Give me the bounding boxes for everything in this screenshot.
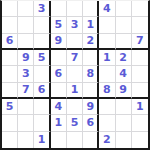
cell-r1c6[interactable]: [83, 1, 99, 17]
cell-r6c7[interactable]: 8: [99, 83, 115, 99]
cell-r3c4[interactable]: 9: [51, 34, 67, 50]
cell-r9c3[interactable]: 1: [34, 132, 50, 148]
cell-r7c4[interactable]: 4: [51, 99, 67, 115]
cell-r2c6[interactable]: 1: [83, 17, 99, 33]
cell-r1c3[interactable]: 3: [34, 1, 50, 17]
cell-r1c4[interactable]: [51, 1, 67, 17]
cell-r7c9[interactable]: 1: [132, 99, 148, 115]
cell-r8c2[interactable]: [18, 115, 34, 131]
cell-r5c9[interactable]: [132, 66, 148, 82]
cell-r3c7[interactable]: [99, 34, 115, 50]
cell-r1c2[interactable]: [18, 1, 34, 17]
cell-r3c3[interactable]: [34, 34, 50, 50]
cell-r6c8[interactable]: 9: [116, 83, 132, 99]
cell-r8c4[interactable]: 1: [51, 115, 67, 131]
cell-r2c8[interactable]: [116, 17, 132, 33]
cell-r5c7[interactable]: [99, 66, 115, 82]
cell-r5c8[interactable]: 4: [116, 66, 132, 82]
cell-r5c6[interactable]: 8: [83, 66, 99, 82]
cell-r8c9[interactable]: [132, 115, 148, 131]
cell-r9c8[interactable]: [116, 132, 132, 148]
cell-r2c5[interactable]: 3: [67, 17, 83, 33]
cell-r6c4[interactable]: [51, 83, 67, 99]
cell-r8c3[interactable]: [34, 115, 50, 131]
cell-r9c4[interactable]: [51, 132, 67, 148]
sudoku-board: 34531692795712368476189549115612: [0, 0, 150, 150]
cell-r7c8[interactable]: [116, 99, 132, 115]
cell-r4c6[interactable]: [83, 50, 99, 66]
cell-r4c3[interactable]: 5: [34, 50, 50, 66]
cell-r1c7[interactable]: 4: [99, 1, 115, 17]
cell-r6c1[interactable]: [2, 83, 18, 99]
cell-r3c5[interactable]: [67, 34, 83, 50]
cell-r7c2[interactable]: [18, 99, 34, 115]
cell-r9c1[interactable]: [2, 132, 18, 148]
cell-r9c6[interactable]: [83, 132, 99, 148]
cell-r5c4[interactable]: 6: [51, 66, 67, 82]
cell-r3c8[interactable]: [116, 34, 132, 50]
cell-r3c2[interactable]: [18, 34, 34, 50]
cell-r8c1[interactable]: [2, 115, 18, 131]
cell-r2c4[interactable]: 5: [51, 17, 67, 33]
cell-r8c5[interactable]: 5: [67, 115, 83, 131]
cell-r7c7[interactable]: [99, 99, 115, 115]
cell-r1c8[interactable]: [116, 1, 132, 17]
cell-r4c1[interactable]: [2, 50, 18, 66]
cell-r3c1[interactable]: 6: [2, 34, 18, 50]
cell-r1c5[interactable]: [67, 1, 83, 17]
cell-r1c9[interactable]: [132, 1, 148, 17]
cell-r3c9[interactable]: 7: [132, 34, 148, 50]
cell-r5c1[interactable]: [2, 66, 18, 82]
cell-r1c1[interactable]: [2, 1, 18, 17]
cell-r4c9[interactable]: [132, 50, 148, 66]
cell-r4c7[interactable]: 1: [99, 50, 115, 66]
cell-r9c9[interactable]: [132, 132, 148, 148]
cell-r5c2[interactable]: 3: [18, 66, 34, 82]
cell-r7c5[interactable]: [67, 99, 83, 115]
cell-r2c2[interactable]: [18, 17, 34, 33]
cell-r4c8[interactable]: 2: [116, 50, 132, 66]
cell-r5c3[interactable]: [34, 66, 50, 82]
cell-r2c7[interactable]: [99, 17, 115, 33]
cell-r5c5[interactable]: [67, 66, 83, 82]
cell-r8c8[interactable]: [116, 115, 132, 131]
cell-r4c4[interactable]: [51, 50, 67, 66]
cell-r2c1[interactable]: [2, 17, 18, 33]
cell-r6c5[interactable]: 1: [67, 83, 83, 99]
cell-r2c9[interactable]: [132, 17, 148, 33]
cell-r7c1[interactable]: 5: [2, 99, 18, 115]
cell-r8c6[interactable]: 6: [83, 115, 99, 131]
cell-r6c3[interactable]: 6: [34, 83, 50, 99]
cell-r4c2[interactable]: 9: [18, 50, 34, 66]
cell-r7c3[interactable]: [34, 99, 50, 115]
cell-r6c2[interactable]: 7: [18, 83, 34, 99]
cell-r9c7[interactable]: 2: [99, 132, 115, 148]
cell-r7c6[interactable]: 9: [83, 99, 99, 115]
cell-r2c3[interactable]: [34, 17, 50, 33]
cell-r8c7[interactable]: [99, 115, 115, 131]
cell-r4c5[interactable]: 7: [67, 50, 83, 66]
cell-r3c6[interactable]: 2: [83, 34, 99, 50]
cell-r6c9[interactable]: [132, 83, 148, 99]
cell-r6c6[interactable]: [83, 83, 99, 99]
cell-r9c5[interactable]: [67, 132, 83, 148]
cell-r9c2[interactable]: [18, 132, 34, 148]
